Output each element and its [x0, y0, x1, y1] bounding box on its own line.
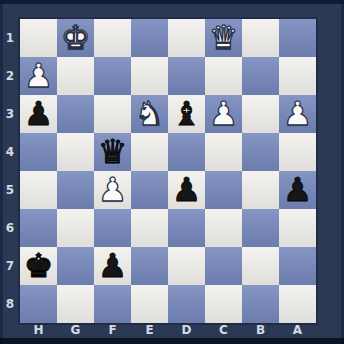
- white-pawn-a3[interactable]: ♟: [283, 97, 313, 130]
- square-d8[interactable]: [168, 285, 205, 323]
- white-knight-e3[interactable]: ♞: [135, 97, 165, 130]
- square-c7[interactable]: [205, 247, 242, 285]
- square-e6[interactable]: [131, 209, 168, 247]
- square-f3[interactable]: [94, 95, 131, 133]
- file-label-b: B: [242, 322, 279, 338]
- file-labels: HGFEDCBA: [20, 322, 316, 338]
- black-pawn-h3[interactable]: ♟: [24, 97, 54, 130]
- square-e2[interactable]: [131, 57, 168, 95]
- square-b4[interactable]: [242, 133, 279, 171]
- square-f1[interactable]: [94, 19, 131, 57]
- black-pawn-f7[interactable]: ♟: [98, 249, 128, 282]
- square-b6[interactable]: [242, 209, 279, 247]
- square-a6[interactable]: [279, 209, 316, 247]
- square-d1[interactable]: [168, 19, 205, 57]
- rank-label-7: 7: [0, 247, 20, 285]
- square-c2[interactable]: [205, 57, 242, 95]
- black-pawn-d5[interactable]: ♟: [172, 173, 202, 206]
- square-d7[interactable]: [168, 247, 205, 285]
- square-a2[interactable]: [279, 57, 316, 95]
- square-e3[interactable]: ♞: [131, 95, 168, 133]
- file-label-c: C: [205, 322, 242, 338]
- square-e8[interactable]: [131, 285, 168, 323]
- square-f8[interactable]: [94, 285, 131, 323]
- square-b3[interactable]: [242, 95, 279, 133]
- square-h5[interactable]: [20, 171, 57, 209]
- square-h8[interactable]: [20, 285, 57, 323]
- square-a7[interactable]: [279, 247, 316, 285]
- square-b1[interactable]: [242, 19, 279, 57]
- black-queen-f4[interactable]: ♛: [98, 135, 128, 168]
- square-d2[interactable]: [168, 57, 205, 95]
- rank-label-1: 1: [0, 19, 20, 57]
- square-a1[interactable]: [279, 19, 316, 57]
- square-c5[interactable]: [205, 171, 242, 209]
- rank-label-8: 8: [0, 285, 20, 323]
- square-c3[interactable]: ♟: [205, 95, 242, 133]
- rank-label-3: 3: [0, 95, 20, 133]
- white-queen-c1[interactable]: ♛: [209, 21, 239, 54]
- rank-label-5: 5: [0, 171, 20, 209]
- square-c1[interactable]: ♛: [205, 19, 242, 57]
- square-c4[interactable]: [205, 133, 242, 171]
- square-c8[interactable]: [205, 285, 242, 323]
- rank-label-4: 4: [0, 133, 20, 171]
- square-b5[interactable]: [242, 171, 279, 209]
- square-e5[interactable]: [131, 171, 168, 209]
- square-d6[interactable]: [168, 209, 205, 247]
- square-e1[interactable]: [131, 19, 168, 57]
- square-a4[interactable]: [279, 133, 316, 171]
- file-label-d: D: [168, 322, 205, 338]
- file-label-h: H: [20, 322, 57, 338]
- square-d5[interactable]: ♟: [168, 171, 205, 209]
- square-b2[interactable]: [242, 57, 279, 95]
- white-pawn-f5[interactable]: ♟: [98, 173, 128, 206]
- square-h6[interactable]: [20, 209, 57, 247]
- square-a8[interactable]: [279, 285, 316, 323]
- square-g6[interactable]: [57, 209, 94, 247]
- square-g4[interactable]: [57, 133, 94, 171]
- black-king-h7[interactable]: ♚: [24, 249, 54, 282]
- file-label-g: G: [57, 322, 94, 338]
- square-g2[interactable]: [57, 57, 94, 95]
- square-a3[interactable]: ♟: [279, 95, 316, 133]
- file-label-f: F: [94, 322, 131, 338]
- square-e7[interactable]: [131, 247, 168, 285]
- chessboard-frame: ♚♛♟♟♞♝♟♟♛♟♟♟♚♟ 12345678 HGFEDCBA: [0, 0, 344, 344]
- square-b8[interactable]: [242, 285, 279, 323]
- white-king-g1[interactable]: ♚: [61, 21, 91, 54]
- white-pawn-h2[interactable]: ♟: [24, 59, 54, 92]
- square-h1[interactable]: [20, 19, 57, 57]
- black-pawn-a5[interactable]: ♟: [283, 173, 313, 206]
- square-b7[interactable]: [242, 247, 279, 285]
- file-label-a: A: [279, 322, 316, 338]
- black-bishop-d3[interactable]: ♝: [172, 97, 202, 130]
- square-g3[interactable]: [57, 95, 94, 133]
- file-label-e: E: [131, 322, 168, 338]
- square-f5[interactable]: ♟: [94, 171, 131, 209]
- square-g8[interactable]: [57, 285, 94, 323]
- square-f2[interactable]: [94, 57, 131, 95]
- square-h2[interactable]: ♟: [20, 57, 57, 95]
- square-a5[interactable]: ♟: [279, 171, 316, 209]
- square-h3[interactable]: ♟: [20, 95, 57, 133]
- square-d3[interactable]: ♝: [168, 95, 205, 133]
- square-e4[interactable]: [131, 133, 168, 171]
- square-g1[interactable]: ♚: [57, 19, 94, 57]
- square-d4[interactable]: [168, 133, 205, 171]
- rank-labels: 12345678: [0, 19, 20, 323]
- chess-board: ♚♛♟♟♞♝♟♟♛♟♟♟♚♟: [20, 19, 316, 323]
- white-pawn-c3[interactable]: ♟: [209, 97, 239, 130]
- square-c6[interactable]: [205, 209, 242, 247]
- square-g5[interactable]: [57, 171, 94, 209]
- rank-label-6: 6: [0, 209, 20, 247]
- rank-label-2: 2: [0, 57, 20, 95]
- square-h7[interactable]: ♚: [20, 247, 57, 285]
- square-g7[interactable]: [57, 247, 94, 285]
- square-h4[interactable]: [20, 133, 57, 171]
- square-f7[interactable]: ♟: [94, 247, 131, 285]
- square-f4[interactable]: ♛: [94, 133, 131, 171]
- square-f6[interactable]: [94, 209, 131, 247]
